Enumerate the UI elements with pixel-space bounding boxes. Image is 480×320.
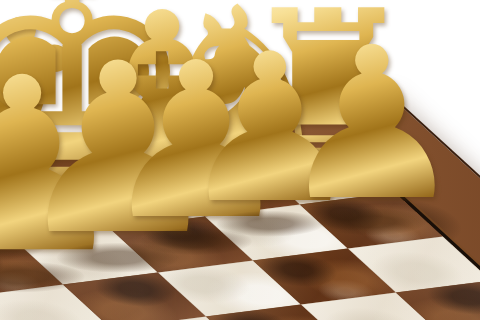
product-photo-scene: ♛♚♝♞♜♟♟♟♟♟ [0,0,480,320]
board-grid [0,149,480,320]
chessboard [0,95,480,320]
